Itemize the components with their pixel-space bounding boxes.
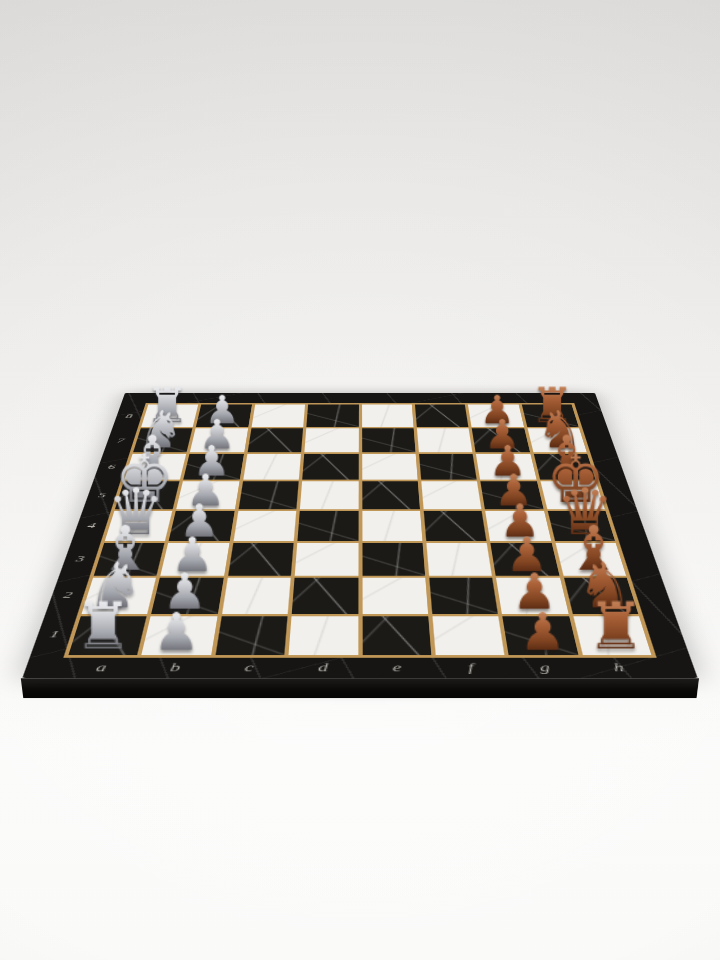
piece-white-R-a1[interactable]: ♜ [75, 593, 133, 658]
file-label-c: c [211, 659, 287, 678]
cell-f7 [415, 428, 474, 453]
cell-d1 [287, 614, 360, 655]
pieces-layer: ♜♟♟♜♞♟♟♞♝♟♟♝♚♟♟♚♛♟♟♛♝♟♟♝♞♟♟♞♜♟♟♜ [68, 405, 651, 656]
cell-e7 [360, 428, 417, 453]
cell-c3 [227, 542, 296, 576]
board-edge [21, 678, 699, 698]
cell-e5 [360, 480, 421, 510]
cell-c8 [250, 405, 307, 428]
cell-f1 [430, 614, 506, 655]
file-labels: abcdefgh [61, 659, 658, 678]
cell-c4 [232, 510, 298, 542]
cell-d5 [299, 480, 360, 510]
cell-f5 [419, 480, 483, 510]
cell-c7 [246, 428, 305, 453]
cell-d4 [296, 510, 360, 542]
file-label-e: e [360, 659, 435, 678]
cell-f4 [421, 510, 487, 542]
file-label-h: h [580, 659, 659, 678]
cell-d6 [301, 453, 360, 480]
cell-a1: ♜ [68, 614, 151, 655]
cell-d7 [303, 428, 360, 453]
cell-b1: ♟ [141, 614, 220, 655]
cell-d8 [305, 405, 360, 428]
cell-e8 [360, 405, 415, 428]
cell-e4 [360, 510, 424, 542]
scene: abcdefgh 87654321 ♜♟♟♜♞♟♟♞♝♟♟♝♚♟♟♚♛♟♟♛♝♟… [0, 0, 720, 960]
cell-f6 [417, 453, 478, 480]
cell-f3 [424, 542, 493, 576]
cell-c5 [237, 480, 301, 510]
cell-e1 [360, 614, 433, 655]
piece-white-P-b1[interactable]: ♟ [153, 606, 200, 658]
cell-f2 [427, 577, 500, 615]
cell-f8 [413, 405, 470, 428]
cell-c1 [214, 614, 290, 655]
cell-g1: ♟ [499, 614, 578, 655]
file-label-g: g [506, 659, 584, 678]
cell-d2 [290, 577, 360, 615]
file-label-b: b [136, 659, 214, 678]
chess-board: abcdefgh 87654321 ♜♟♟♜♞♟♟♞♝♟♟♝♚♟♟♚♛♟♟♛♝♟… [22, 393, 698, 678]
file-label-f: f [433, 659, 509, 678]
piece-black-P-g1[interactable]: ♟ [520, 606, 567, 658]
piece-black-R-h1[interactable]: ♜ [587, 593, 645, 658]
cell-e2 [360, 577, 430, 615]
cell-e6 [360, 453, 419, 480]
cell-e3 [360, 542, 427, 576]
file-label-d: d [285, 659, 360, 678]
cell-c6 [242, 453, 303, 480]
cell-c2 [221, 577, 294, 615]
file-label-a: a [61, 659, 140, 678]
cell-d3 [293, 542, 360, 576]
cell-h1: ♜ [569, 614, 652, 655]
